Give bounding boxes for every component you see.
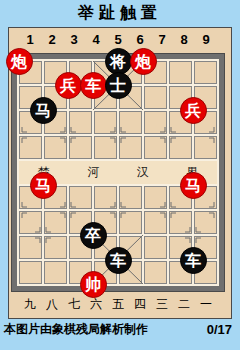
file-label: 六 xyxy=(85,296,107,313)
file-numbers-bottom: 九八七六五四三二一 xyxy=(19,296,217,313)
black-piece-车[interactable]: 车 xyxy=(105,247,132,274)
board-cell xyxy=(44,261,67,284)
board-cell xyxy=(144,261,167,284)
board-cell xyxy=(144,136,167,159)
red-piece-车[interactable]: 车 xyxy=(80,72,107,99)
board-cell xyxy=(119,111,142,134)
board-cell xyxy=(144,186,167,209)
puzzle-title: 举趾触置 xyxy=(0,3,240,24)
board-cell xyxy=(169,136,192,159)
board-panel: 123456789 楚河汉界 炮将炮兵车士马兵马马卒车车帅 九八七六五四三二一 xyxy=(8,27,232,319)
move-counter: 0/17 xyxy=(207,322,232,337)
board-cell xyxy=(119,211,142,234)
red-piece-马[interactable]: 马 xyxy=(30,172,57,199)
board-cell xyxy=(169,61,192,84)
board-cell xyxy=(119,186,142,209)
board-cell xyxy=(144,111,167,134)
file-label: 七 xyxy=(63,296,85,313)
file-label: 九 xyxy=(19,296,41,313)
board-cell xyxy=(94,186,117,209)
file-label: 2 xyxy=(41,32,63,47)
board-cell xyxy=(194,136,217,159)
board-cell xyxy=(44,211,67,234)
board-cell xyxy=(144,86,167,109)
file-label: 3 xyxy=(63,32,85,47)
board-cell xyxy=(19,211,42,234)
file-label: 7 xyxy=(151,32,173,47)
file-label: 9 xyxy=(195,32,217,47)
board-cell xyxy=(19,136,42,159)
board-cell xyxy=(144,236,167,259)
board-cell xyxy=(194,211,217,234)
red-piece-帅[interactable]: 帅 xyxy=(80,271,107,298)
file-label: 5 xyxy=(107,32,129,47)
board-cell xyxy=(194,61,217,84)
board-cell xyxy=(69,136,92,159)
red-piece-炮[interactable]: 炮 xyxy=(6,48,33,75)
board-cell xyxy=(69,111,92,134)
red-piece-炮[interactable]: 炮 xyxy=(130,48,157,75)
river-char: 汉 xyxy=(137,164,149,181)
board-cell xyxy=(144,211,167,234)
black-piece-将[interactable]: 将 xyxy=(105,48,132,75)
file-label: 八 xyxy=(41,296,63,313)
red-piece-兵[interactable]: 兵 xyxy=(180,97,207,124)
file-label: 8 xyxy=(173,32,195,47)
black-piece-马[interactable]: 马 xyxy=(30,97,57,124)
file-label: 四 xyxy=(129,296,151,313)
caption-text: 本图片由象棋残局解析制作 xyxy=(4,321,148,338)
board-cell xyxy=(169,211,192,234)
file-label: 1 xyxy=(19,32,41,47)
board-grid: 楚河汉界 炮将炮兵车士马兵马马卒车车帅 xyxy=(19,61,217,284)
red-piece-兵[interactable]: 兵 xyxy=(55,72,82,99)
file-label: 二 xyxy=(173,296,195,313)
file-label: 4 xyxy=(85,32,107,47)
file-label: 一 xyxy=(195,296,217,313)
black-piece-卒[interactable]: 卒 xyxy=(80,222,107,249)
file-label: 五 xyxy=(107,296,129,313)
board-cell xyxy=(44,136,67,159)
river-char: 河 xyxy=(87,164,99,181)
file-label: 三 xyxy=(151,296,173,313)
board-cell xyxy=(119,136,142,159)
board-cell xyxy=(69,186,92,209)
board-cell xyxy=(94,136,117,159)
board-cell xyxy=(94,111,117,134)
xiangqi-puzzle-screen: 举趾触置 123456789 楚河汉界 炮将炮兵车士马兵马马卒车车帅 九八七六五… xyxy=(0,0,240,350)
black-piece-士[interactable]: 士 xyxy=(105,72,132,99)
board-cell xyxy=(19,261,42,284)
board-cell xyxy=(19,236,42,259)
caption-bar: 本图片由象棋残局解析制作 0/17 xyxy=(0,321,240,338)
black-piece-车[interactable]: 车 xyxy=(180,247,207,274)
board-frame: 楚河汉界 炮将炮兵车士马兵马马卒车车帅 xyxy=(12,54,224,291)
file-numbers-top: 123456789 xyxy=(19,32,217,47)
file-label: 6 xyxy=(129,32,151,47)
board-cell xyxy=(44,236,67,259)
red-piece-马[interactable]: 马 xyxy=(180,172,207,199)
